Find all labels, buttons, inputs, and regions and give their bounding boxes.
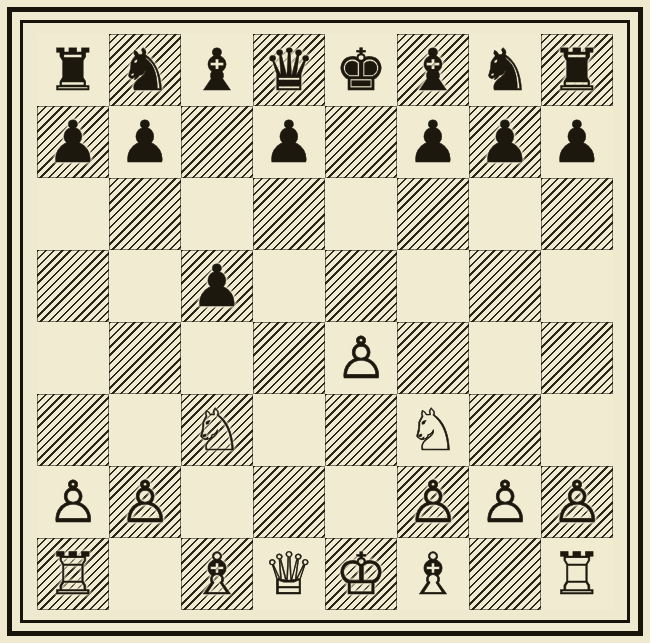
square-f1[interactable]: ♗ (397, 538, 469, 610)
square-c7[interactable] (181, 106, 253, 178)
square-e1[interactable]: ♔ (325, 538, 397, 610)
piece-black-pawn[interactable]: ♟ (551, 106, 603, 178)
square-a6[interactable] (37, 178, 109, 250)
square-h2[interactable]: ♙ (541, 466, 613, 538)
square-e4[interactable]: ♙ (325, 322, 397, 394)
square-g4[interactable] (469, 322, 541, 394)
square-e5[interactable] (325, 250, 397, 322)
piece-white-queen[interactable]: ♕ (263, 538, 315, 610)
piece-black-bishop[interactable]: ♝ (407, 34, 459, 106)
square-f7[interactable]: ♟ (397, 106, 469, 178)
piece-white-bishop[interactable]: ♗ (191, 538, 243, 610)
square-e7[interactable] (325, 106, 397, 178)
square-d1[interactable]: ♕ (253, 538, 325, 610)
piece-black-queen[interactable]: ♛ (263, 34, 315, 106)
square-a8[interactable]: ♜ (37, 34, 109, 106)
square-g1[interactable] (469, 538, 541, 610)
square-c5[interactable]: ♟ (181, 250, 253, 322)
piece-white-pawn[interactable]: ♙ (119, 466, 171, 538)
square-b6[interactable] (109, 178, 181, 250)
square-g5[interactable] (469, 250, 541, 322)
piece-black-rook[interactable]: ♜ (47, 34, 99, 106)
piece-black-bishop[interactable]: ♝ (191, 34, 243, 106)
square-f5[interactable] (397, 250, 469, 322)
square-d5[interactable] (253, 250, 325, 322)
square-g2[interactable]: ♙ (469, 466, 541, 538)
piece-white-pawn[interactable]: ♙ (335, 322, 387, 394)
square-b4[interactable] (109, 322, 181, 394)
square-h1[interactable]: ♖ (541, 538, 613, 610)
square-g8[interactable]: ♞ (469, 34, 541, 106)
square-h5[interactable] (541, 250, 613, 322)
square-b5[interactable] (109, 250, 181, 322)
square-b8[interactable]: ♞ (109, 34, 181, 106)
square-d8[interactable]: ♛ (253, 34, 325, 106)
piece-white-knight[interactable]: ♘ (191, 394, 243, 466)
piece-white-pawn[interactable]: ♙ (407, 466, 459, 538)
square-c8[interactable]: ♝ (181, 34, 253, 106)
piece-black-pawn[interactable]: ♟ (263, 106, 315, 178)
piece-white-knight[interactable]: ♘ (407, 394, 459, 466)
chess-diagram-page: ♜♞♝♛♚♝♞♜♟♟♟♟♟♟♟♙♘♘♙♙♙♙♙♖♗♕♔♗♖ (0, 0, 650, 643)
square-g7[interactable]: ♟ (469, 106, 541, 178)
square-f6[interactable] (397, 178, 469, 250)
piece-black-pawn[interactable]: ♟ (119, 106, 171, 178)
piece-black-knight[interactable]: ♞ (119, 34, 171, 106)
square-h3[interactable] (541, 394, 613, 466)
square-a1[interactable]: ♖ (37, 538, 109, 610)
square-f2[interactable]: ♙ (397, 466, 469, 538)
piece-white-pawn[interactable]: ♙ (479, 466, 531, 538)
piece-white-rook[interactable]: ♖ (47, 538, 99, 610)
square-e2[interactable] (325, 466, 397, 538)
board-frame-outer: ♜♞♝♛♚♝♞♜♟♟♟♟♟♟♟♙♘♘♙♙♙♙♙♖♗♕♔♗♖ (7, 7, 643, 636)
piece-black-pawn[interactable]: ♟ (47, 106, 99, 178)
square-d7[interactable]: ♟ (253, 106, 325, 178)
square-a3[interactable] (37, 394, 109, 466)
square-c4[interactable] (181, 322, 253, 394)
square-b2[interactable]: ♙ (109, 466, 181, 538)
square-a5[interactable] (37, 250, 109, 322)
square-d3[interactable] (253, 394, 325, 466)
square-b3[interactable] (109, 394, 181, 466)
square-b7[interactable]: ♟ (109, 106, 181, 178)
square-c2[interactable] (181, 466, 253, 538)
square-h7[interactable]: ♟ (541, 106, 613, 178)
square-g6[interactable] (469, 178, 541, 250)
square-d2[interactable] (253, 466, 325, 538)
board-frame-inner: ♜♞♝♛♚♝♞♜♟♟♟♟♟♟♟♙♘♘♙♙♙♙♙♖♗♕♔♗♖ (20, 20, 630, 623)
square-c1[interactable]: ♗ (181, 538, 253, 610)
piece-black-pawn[interactable]: ♟ (191, 250, 243, 322)
piece-black-knight[interactable]: ♞ (479, 34, 531, 106)
piece-black-rook[interactable]: ♜ (551, 34, 603, 106)
piece-white-pawn[interactable]: ♙ (551, 466, 603, 538)
square-f3[interactable]: ♘ (397, 394, 469, 466)
square-h6[interactable] (541, 178, 613, 250)
piece-black-pawn[interactable]: ♟ (479, 106, 531, 178)
piece-black-pawn[interactable]: ♟ (407, 106, 459, 178)
chess-board: ♜♞♝♛♚♝♞♜♟♟♟♟♟♟♟♙♘♘♙♙♙♙♙♖♗♕♔♗♖ (37, 34, 613, 610)
piece-white-king[interactable]: ♔ (335, 538, 387, 610)
square-a2[interactable]: ♙ (37, 466, 109, 538)
square-e6[interactable] (325, 178, 397, 250)
square-e3[interactable] (325, 394, 397, 466)
piece-white-pawn[interactable]: ♙ (47, 466, 99, 538)
square-f4[interactable] (397, 322, 469, 394)
piece-black-king[interactable]: ♚ (335, 34, 387, 106)
square-a7[interactable]: ♟ (37, 106, 109, 178)
square-a4[interactable] (37, 322, 109, 394)
square-b1[interactable] (109, 538, 181, 610)
square-c3[interactable]: ♘ (181, 394, 253, 466)
square-c6[interactable] (181, 178, 253, 250)
square-h8[interactable]: ♜ (541, 34, 613, 106)
piece-white-bishop[interactable]: ♗ (407, 538, 459, 610)
square-g3[interactable] (469, 394, 541, 466)
square-e8[interactable]: ♚ (325, 34, 397, 106)
square-h4[interactable] (541, 322, 613, 394)
square-d4[interactable] (253, 322, 325, 394)
square-f8[interactable]: ♝ (397, 34, 469, 106)
square-d6[interactable] (253, 178, 325, 250)
piece-white-rook[interactable]: ♖ (551, 538, 603, 610)
